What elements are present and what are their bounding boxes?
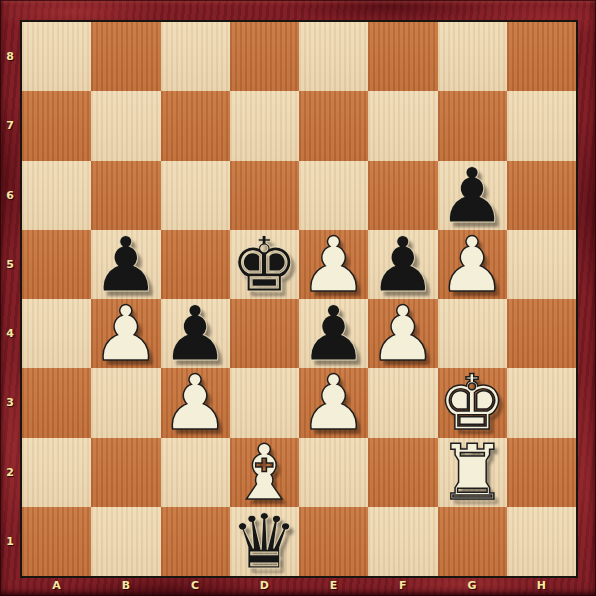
square-b2[interactable] xyxy=(91,438,160,507)
square-f3[interactable] xyxy=(368,368,437,437)
square-b7[interactable] xyxy=(91,91,160,160)
square-h6[interactable] xyxy=(507,161,576,230)
square-f1[interactable] xyxy=(368,507,437,576)
square-d8[interactable] xyxy=(230,22,299,91)
square-a8[interactable] xyxy=(22,22,91,91)
square-c1[interactable] xyxy=(161,507,230,576)
square-a5[interactable] xyxy=(22,230,91,299)
square-f8[interactable] xyxy=(368,22,437,91)
file-label-H: H xyxy=(507,575,576,596)
square-h7[interactable] xyxy=(507,91,576,160)
square-d4[interactable] xyxy=(230,299,299,368)
square-g1[interactable] xyxy=(438,507,507,576)
rank-label-8: 8 xyxy=(0,22,20,91)
square-a3[interactable] xyxy=(22,368,91,437)
square-h5[interactable] xyxy=(507,230,576,299)
square-d5[interactable]: ♚ xyxy=(230,230,299,299)
square-e3[interactable]: ♟ xyxy=(299,368,368,437)
square-d7[interactable] xyxy=(230,91,299,160)
square-f2[interactable] xyxy=(368,438,437,507)
square-a2[interactable] xyxy=(22,438,91,507)
square-b4[interactable]: ♟ xyxy=(91,299,160,368)
square-g8[interactable] xyxy=(438,22,507,91)
white-pawn-c3[interactable]: ♟ xyxy=(161,368,229,437)
white-pawn-f4[interactable]: ♟ xyxy=(369,299,437,368)
square-f7[interactable] xyxy=(368,91,437,160)
square-h8[interactable] xyxy=(507,22,576,91)
square-b3[interactable] xyxy=(91,368,160,437)
square-b1[interactable] xyxy=(91,507,160,576)
square-b8[interactable] xyxy=(91,22,160,91)
square-e7[interactable] xyxy=(299,91,368,160)
rank-label-7: 7 xyxy=(0,91,20,160)
square-h1[interactable] xyxy=(507,507,576,576)
square-a7[interactable] xyxy=(22,91,91,160)
black-queen-d1[interactable]: ♛ xyxy=(230,507,298,576)
chess-board[interactable]: ♟♟♚♟♟♟♟♟♟♟♟♟♚♝♜♛ xyxy=(20,20,578,578)
rank-label-2: 2 xyxy=(0,438,20,507)
rank-label-4: 4 xyxy=(0,299,20,368)
square-a6[interactable] xyxy=(22,161,91,230)
square-a1[interactable] xyxy=(22,507,91,576)
black-king-d5[interactable]: ♚ xyxy=(230,230,298,299)
square-h2[interactable] xyxy=(507,438,576,507)
white-pawn-e3[interactable]: ♟ xyxy=(300,368,368,437)
white-pawn-g5[interactable]: ♟ xyxy=(438,230,506,299)
square-c6[interactable] xyxy=(161,161,230,230)
square-d1[interactable]: ♛ xyxy=(230,507,299,576)
file-label-C: C xyxy=(161,575,230,596)
rank-label-3: 3 xyxy=(0,368,20,437)
square-c7[interactable] xyxy=(161,91,230,160)
rank-label-1: 1 xyxy=(0,507,20,576)
file-label-E: E xyxy=(299,575,368,596)
file-label-A: A xyxy=(22,575,91,596)
white-pawn-b4[interactable]: ♟ xyxy=(92,299,160,368)
chess-board-frame: 87654321 ABCDEFGH ♟♟♚♟♟♟♟♟♟♟♟♟♚♝♜♛ xyxy=(0,0,596,596)
square-h3[interactable] xyxy=(507,368,576,437)
square-g5[interactable]: ♟ xyxy=(438,230,507,299)
square-h4[interactable] xyxy=(507,299,576,368)
file-label-F: F xyxy=(368,575,437,596)
square-g2[interactable]: ♜ xyxy=(438,438,507,507)
rank-label-5: 5 xyxy=(0,230,20,299)
square-a4[interactable] xyxy=(22,299,91,368)
square-e8[interactable] xyxy=(299,22,368,91)
file-label-B: B xyxy=(91,575,160,596)
square-c8[interactable] xyxy=(161,22,230,91)
square-c3[interactable]: ♟ xyxy=(161,368,230,437)
white-rook-g2[interactable]: ♜ xyxy=(438,438,506,507)
square-e1[interactable] xyxy=(299,507,368,576)
file-label-G: G xyxy=(438,575,507,596)
rank-label-6: 6 xyxy=(0,161,20,230)
square-c2[interactable] xyxy=(161,438,230,507)
rank-labels: 87654321 xyxy=(0,22,20,576)
square-e2[interactable] xyxy=(299,438,368,507)
square-f4[interactable]: ♟ xyxy=(368,299,437,368)
file-labels: ABCDEFGH xyxy=(22,575,576,596)
